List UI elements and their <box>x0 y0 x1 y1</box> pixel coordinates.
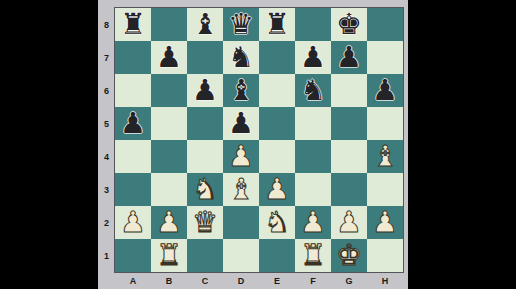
square-c6: ♟ <box>187 74 223 107</box>
square-c4 <box>187 140 223 173</box>
square-e4 <box>259 140 295 173</box>
white-pawn-a2: ♟ <box>120 206 146 239</box>
square-d3: ♝ <box>223 173 259 206</box>
file-labels: ABCDEFGH <box>115 272 403 289</box>
square-g2: ♟ <box>331 206 367 239</box>
square-b5 <box>151 107 187 140</box>
black-pawn-f7: ♟ <box>300 41 326 74</box>
letterbox-right <box>408 0 516 289</box>
square-a5: ♟ <box>115 107 151 140</box>
square-c3: ♞ <box>187 173 223 206</box>
square-e2: ♞ <box>259 206 295 239</box>
rank-label-7: 7 <box>98 41 115 74</box>
rank-label-1: 1 <box>98 239 115 272</box>
chessboard: ♜♝♛♜♚♟♞♟♟♟♝♞♟♟♟♟♝♞♝♟♟♟♛♞♟♟♟♜♜♚ <box>115 8 403 272</box>
square-c5 <box>187 107 223 140</box>
square-c1 <box>187 239 223 272</box>
square-f1: ♜ <box>295 239 331 272</box>
rank-labels: 87654321 <box>98 8 115 272</box>
white-queen-c2: ♛ <box>192 206 218 239</box>
square-f6: ♞ <box>295 74 331 107</box>
rank-label-4: 4 <box>98 140 115 173</box>
square-h5 <box>367 107 403 140</box>
square-g3 <box>331 173 367 206</box>
square-f8 <box>295 8 331 41</box>
square-c2: ♛ <box>187 206 223 239</box>
white-pawn-f2: ♟ <box>300 206 326 239</box>
white-knight-c3: ♞ <box>192 173 218 206</box>
white-pawn-d4: ♟ <box>228 140 254 173</box>
white-rook-b1: ♜ <box>156 239 182 272</box>
file-label-c: C <box>187 272 223 289</box>
black-pawn-c6: ♟ <box>192 74 218 107</box>
black-bishop-d6: ♝ <box>228 74 254 107</box>
square-h6: ♟ <box>367 74 403 107</box>
square-a6 <box>115 74 151 107</box>
file-label-e: E <box>259 272 295 289</box>
square-f3 <box>295 173 331 206</box>
square-h2: ♟ <box>367 206 403 239</box>
square-a4 <box>115 140 151 173</box>
black-pawn-a5: ♟ <box>120 107 146 140</box>
file-label-h: H <box>367 272 403 289</box>
square-e7 <box>259 41 295 74</box>
board-frame: 87654321 ♜♝♛♜♚♟♞♟♟♟♝♞♟♟♟♟♝♞♝♟♟♟♛♞♟♟♟♜♜♚ … <box>98 0 408 289</box>
white-pawn-b2: ♟ <box>156 206 182 239</box>
black-pawn-g7: ♟ <box>336 41 362 74</box>
file-label-d: D <box>223 272 259 289</box>
black-rook-a8: ♜ <box>120 8 146 41</box>
rank-label-2: 2 <box>98 206 115 239</box>
square-h1 <box>367 239 403 272</box>
square-b1: ♜ <box>151 239 187 272</box>
square-f5 <box>295 107 331 140</box>
file-label-a: A <box>115 272 151 289</box>
black-king-g8: ♚ <box>336 8 362 41</box>
black-pawn-h6: ♟ <box>372 74 398 107</box>
letterbox-left <box>0 0 98 289</box>
square-g5 <box>331 107 367 140</box>
white-pawn-h2: ♟ <box>372 206 398 239</box>
square-e1 <box>259 239 295 272</box>
white-king-g1: ♚ <box>336 239 362 272</box>
square-h4: ♝ <box>367 140 403 173</box>
black-rook-e8: ♜ <box>264 8 290 41</box>
square-g8: ♚ <box>331 8 367 41</box>
square-c7 <box>187 41 223 74</box>
square-b2: ♟ <box>151 206 187 239</box>
black-pawn-b7: ♟ <box>156 41 182 74</box>
white-knight-e2: ♞ <box>264 206 290 239</box>
rank-label-5: 5 <box>98 107 115 140</box>
square-a3 <box>115 173 151 206</box>
square-a1 <box>115 239 151 272</box>
square-g7: ♟ <box>331 41 367 74</box>
square-g6 <box>331 74 367 107</box>
square-f2: ♟ <box>295 206 331 239</box>
white-rook-f1: ♜ <box>300 239 326 272</box>
white-pawn-g2: ♟ <box>336 206 362 239</box>
black-queen-d8: ♛ <box>228 8 254 41</box>
square-f7: ♟ <box>295 41 331 74</box>
square-g1: ♚ <box>331 239 367 272</box>
file-label-b: B <box>151 272 187 289</box>
square-d5: ♟ <box>223 107 259 140</box>
square-h7 <box>367 41 403 74</box>
square-d4: ♟ <box>223 140 259 173</box>
square-d6: ♝ <box>223 74 259 107</box>
square-b6 <box>151 74 187 107</box>
rank-label-3: 3 <box>98 173 115 206</box>
square-e8: ♜ <box>259 8 295 41</box>
square-a7 <box>115 41 151 74</box>
file-label-g: G <box>331 272 367 289</box>
square-f4 <box>295 140 331 173</box>
square-e3: ♟ <box>259 173 295 206</box>
square-d8: ♛ <box>223 8 259 41</box>
square-d7: ♞ <box>223 41 259 74</box>
white-pawn-e3: ♟ <box>264 173 290 206</box>
square-h8 <box>367 8 403 41</box>
file-label-f: F <box>295 272 331 289</box>
black-knight-f6: ♞ <box>300 74 326 107</box>
square-h3 <box>367 173 403 206</box>
black-pawn-d5: ♟ <box>228 107 254 140</box>
video-frame: 87654321 ♜♝♛♜♚♟♞♟♟♟♝♞♟♟♟♟♝♞♝♟♟♟♛♞♟♟♟♜♜♚ … <box>0 0 516 289</box>
square-a8: ♜ <box>115 8 151 41</box>
square-c8: ♝ <box>187 8 223 41</box>
square-a2: ♟ <box>115 206 151 239</box>
white-bishop-h4: ♝ <box>372 140 398 173</box>
square-b3 <box>151 173 187 206</box>
square-b7: ♟ <box>151 41 187 74</box>
square-e5 <box>259 107 295 140</box>
rank-label-8: 8 <box>98 8 115 41</box>
black-knight-d7: ♞ <box>228 41 254 74</box>
square-b8 <box>151 8 187 41</box>
square-b4 <box>151 140 187 173</box>
white-bishop-d3: ♝ <box>228 173 254 206</box>
square-d2 <box>223 206 259 239</box>
square-e6 <box>259 74 295 107</box>
square-d1 <box>223 239 259 272</box>
square-g4 <box>331 140 367 173</box>
black-bishop-c8: ♝ <box>192 8 218 41</box>
rank-label-6: 6 <box>98 74 115 107</box>
